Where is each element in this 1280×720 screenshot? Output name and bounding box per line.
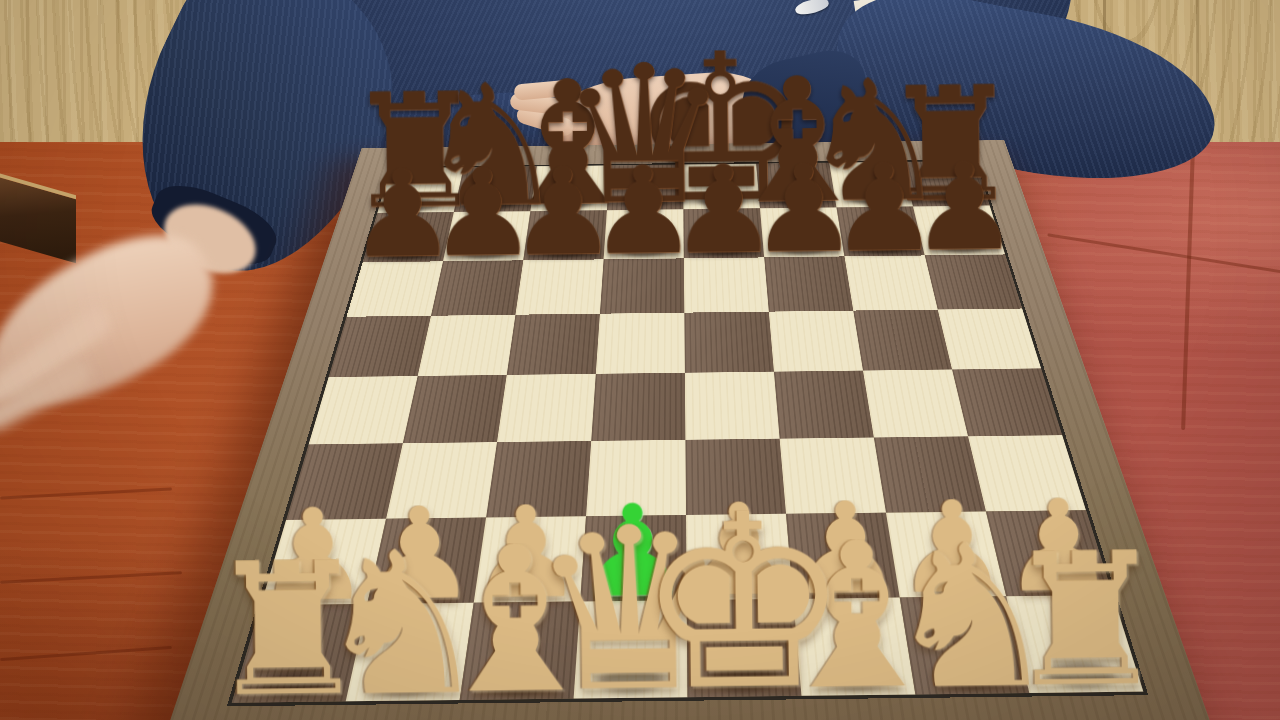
square-e6[interactable] xyxy=(684,257,769,312)
square-h5[interactable] xyxy=(938,308,1041,369)
square-d4[interactable] xyxy=(591,373,685,441)
square-a6[interactable] xyxy=(347,261,443,316)
square-b5[interactable] xyxy=(418,315,516,376)
square-d5[interactable] xyxy=(596,313,685,374)
square-f4[interactable] xyxy=(774,371,874,439)
square-b6[interactable] xyxy=(431,260,523,315)
square-h6[interactable] xyxy=(925,254,1022,309)
board-grid: ♜♞♝♛♚♝♞♜♟♟♟♟♟♟♟♟♟♟♟♟♟♟♟♟♜♞♝♛♚♝♞♜ xyxy=(227,160,1148,707)
square-c5[interactable] xyxy=(507,314,600,375)
square-e5[interactable] xyxy=(684,312,774,373)
square-c4[interactable] xyxy=(497,374,596,442)
white-bishop-c1[interactable]: ♝ xyxy=(425,542,607,701)
square-f6[interactable] xyxy=(764,256,853,311)
chess-board-frame: ♜♞♝♛♚♝♞♜♟♟♟♟♟♟♟♟♟♟♟♟♟♟♟♟♜♞♝♛♚♝♞♜ xyxy=(158,140,1218,720)
square-e1[interactable]: ♚ xyxy=(687,599,802,697)
square-e4[interactable] xyxy=(685,372,780,440)
square-h4[interactable] xyxy=(952,368,1062,436)
square-a1[interactable]: ♜ xyxy=(232,604,367,703)
square-g5[interactable] xyxy=(853,310,952,371)
white-rook-h1[interactable]: ♜ xyxy=(1002,548,1168,693)
square-f5[interactable] xyxy=(769,311,863,372)
square-g6[interactable] xyxy=(845,255,938,310)
square-b4[interactable] xyxy=(403,375,507,443)
black-pawn-h7[interactable]: ♟ xyxy=(909,160,1019,256)
board-perspective-wrap: ♜♞♝♛♚♝♞♜♟♟♟♟♟♟♟♟♟♟♟♟♟♟♟♟♜♞♝♛♚♝♞♜ xyxy=(0,0,1280,720)
square-a4[interactable] xyxy=(309,376,418,444)
square-g4[interactable] xyxy=(863,369,968,437)
white-rook-a1[interactable]: ♜ xyxy=(205,558,371,703)
photo-scene: ♜♞♝♛♚♝♞♜♟♟♟♟♟♟♟♟♟♟♟♟♟♟♟♟♜♞♝♛♚♝♞♜ xyxy=(0,0,1280,720)
square-h7[interactable]: ♟ xyxy=(913,206,1005,256)
white-king-e1[interactable]: ♚ xyxy=(635,508,852,697)
square-h1[interactable]: ♜ xyxy=(1006,595,1143,693)
square-d6[interactable] xyxy=(600,258,684,313)
square-c1[interactable]: ♝ xyxy=(460,601,581,699)
square-c6[interactable] xyxy=(515,259,603,314)
square-a5[interactable] xyxy=(329,316,431,377)
